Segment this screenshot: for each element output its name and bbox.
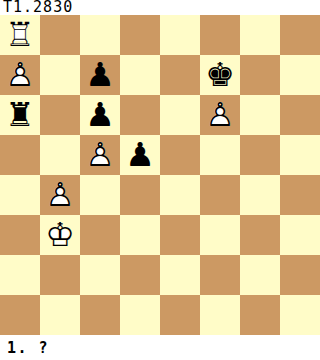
chess-diagram-page: T1.2830 ♜♖♟♙♟♚♜♟♟♙♟♙♟♟♙♚♔ 1. ?	[0, 0, 320, 360]
white-pawn-piece: ♙	[200, 95, 240, 135]
square-f3[interactable]	[200, 215, 240, 255]
black-rook-piece: ♜	[0, 95, 40, 135]
square-g8[interactable]	[240, 15, 280, 55]
square-b4[interactable]: ♟♙	[40, 175, 80, 215]
white-king-piece: ♔	[40, 215, 80, 255]
square-h2[interactable]	[280, 255, 320, 295]
square-a8[interactable]: ♜♖	[0, 15, 40, 55]
square-a2[interactable]	[0, 255, 40, 295]
square-d4[interactable]	[120, 175, 160, 215]
square-g6[interactable]	[240, 95, 280, 135]
square-g7[interactable]	[240, 55, 280, 95]
square-f7[interactable]: ♚	[200, 55, 240, 95]
square-g5[interactable]	[240, 135, 280, 175]
square-f4[interactable]	[200, 175, 240, 215]
move-prompt-label: 1. ?	[7, 337, 49, 359]
square-d8[interactable]	[120, 15, 160, 55]
square-f6[interactable]: ♟♙	[200, 95, 240, 135]
square-g3[interactable]	[240, 215, 280, 255]
square-c7[interactable]: ♟	[80, 55, 120, 95]
square-c2[interactable]	[80, 255, 120, 295]
white-pawn-piece: ♙	[40, 175, 80, 215]
white-pawn-fill: ♟	[0, 55, 40, 95]
square-h4[interactable]	[280, 175, 320, 215]
square-c5[interactable]: ♟♙	[80, 135, 120, 175]
white-king-fill: ♚	[40, 215, 80, 255]
white-rook-piece: ♖	[0, 15, 40, 55]
square-h7[interactable]	[280, 55, 320, 95]
square-h3[interactable]	[280, 215, 320, 255]
white-rook-fill: ♜	[0, 15, 40, 55]
square-c3[interactable]	[80, 215, 120, 255]
chess-board: ♜♖♟♙♟♚♜♟♟♙♟♙♟♟♙♚♔	[0, 15, 320, 335]
square-c6[interactable]: ♟	[80, 95, 120, 135]
square-b6[interactable]	[40, 95, 80, 135]
square-c1[interactable]	[80, 295, 120, 335]
black-pawn-piece: ♟	[120, 135, 160, 175]
black-pawn-piece: ♟	[80, 55, 120, 95]
square-h6[interactable]	[280, 95, 320, 135]
square-e4[interactable]	[160, 175, 200, 215]
square-a1[interactable]	[0, 295, 40, 335]
square-d1[interactable]	[120, 295, 160, 335]
square-h5[interactable]	[280, 135, 320, 175]
square-a3[interactable]	[0, 215, 40, 255]
square-d7[interactable]	[120, 55, 160, 95]
square-a6[interactable]: ♜	[0, 95, 40, 135]
white-pawn-fill: ♟	[200, 95, 240, 135]
square-a4[interactable]	[0, 175, 40, 215]
square-g1[interactable]	[240, 295, 280, 335]
black-pawn-piece: ♟	[80, 95, 120, 135]
square-a7[interactable]: ♟♙	[0, 55, 40, 95]
square-g2[interactable]	[240, 255, 280, 295]
square-f5[interactable]	[200, 135, 240, 175]
square-e7[interactable]	[160, 55, 200, 95]
square-d3[interactable]	[120, 215, 160, 255]
square-b2[interactable]	[40, 255, 80, 295]
square-e2[interactable]	[160, 255, 200, 295]
square-b7[interactable]	[40, 55, 80, 95]
square-h8[interactable]	[280, 15, 320, 55]
white-pawn-piece: ♙	[80, 135, 120, 175]
white-pawn-fill: ♟	[80, 135, 120, 175]
square-f8[interactable]	[200, 15, 240, 55]
square-g4[interactable]	[240, 175, 280, 215]
square-f2[interactable]	[200, 255, 240, 295]
square-h1[interactable]	[280, 295, 320, 335]
square-a5[interactable]	[0, 135, 40, 175]
square-b5[interactable]	[40, 135, 80, 175]
black-king-piece: ♚	[200, 55, 240, 95]
square-b1[interactable]	[40, 295, 80, 335]
white-pawn-piece: ♙	[0, 55, 40, 95]
square-c4[interactable]	[80, 175, 120, 215]
square-e6[interactable]	[160, 95, 200, 135]
square-d5[interactable]: ♟	[120, 135, 160, 175]
square-e8[interactable]	[160, 15, 200, 55]
square-b3[interactable]: ♚♔	[40, 215, 80, 255]
study-id-label: T1.2830	[3, 0, 73, 15]
square-c8[interactable]	[80, 15, 120, 55]
square-e5[interactable]	[160, 135, 200, 175]
white-pawn-fill: ♟	[40, 175, 80, 215]
square-b8[interactable]	[40, 15, 80, 55]
square-d6[interactable]	[120, 95, 160, 135]
square-e1[interactable]	[160, 295, 200, 335]
square-d2[interactable]	[120, 255, 160, 295]
square-e3[interactable]	[160, 215, 200, 255]
square-f1[interactable]	[200, 295, 240, 335]
